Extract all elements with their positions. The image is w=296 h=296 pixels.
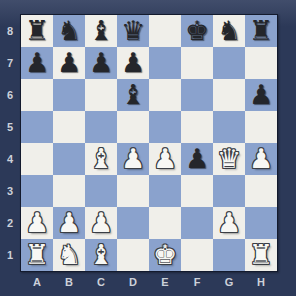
white-queen-g4: ♛	[213, 143, 245, 175]
white-bishop-c1: ♝	[85, 239, 117, 271]
black-knight-b8: ♞	[53, 15, 85, 47]
square-d8[interactable]: ♛	[117, 15, 149, 47]
square-a4[interactable]	[21, 143, 53, 175]
rank-label-8: 8	[0, 15, 20, 47]
black-rook-h8: ♜	[245, 15, 277, 47]
file-label-c: C	[85, 273, 117, 291]
square-c5[interactable]	[85, 111, 117, 143]
file-label-e: E	[149, 273, 181, 291]
file-label-b: B	[53, 273, 85, 291]
square-b6[interactable]	[53, 79, 85, 111]
square-a5[interactable]	[21, 111, 53, 143]
chessboard-diagram: 87654321 ♜♞♝♛♚♞♜♟♟♟♟♝♟♝♟♟♟♛♟♟♟♟♟♜♞♝♚♜ AB…	[0, 0, 296, 296]
square-g2[interactable]: ♟	[213, 207, 245, 239]
square-c4[interactable]: ♝	[85, 143, 117, 175]
square-a1[interactable]: ♜	[21, 239, 53, 271]
square-f7[interactable]	[181, 47, 213, 79]
white-rook-h1: ♜	[245, 239, 277, 271]
square-g5[interactable]	[213, 111, 245, 143]
square-d5[interactable]	[117, 111, 149, 143]
square-c1[interactable]: ♝	[85, 239, 117, 271]
square-b8[interactable]: ♞	[53, 15, 85, 47]
square-f5[interactable]	[181, 111, 213, 143]
rank-label-7: 7	[0, 47, 20, 79]
white-pawn-d4: ♟	[117, 143, 149, 175]
black-pawn-b7: ♟	[53, 47, 85, 79]
square-a3[interactable]	[21, 175, 53, 207]
rank-label-1: 1	[0, 239, 20, 271]
file-label-d: D	[117, 273, 149, 291]
rank-labels: 87654321	[0, 15, 20, 271]
square-b4[interactable]	[53, 143, 85, 175]
white-rook-a1: ♜	[21, 239, 53, 271]
square-c6[interactable]	[85, 79, 117, 111]
square-d1[interactable]	[117, 239, 149, 271]
black-pawn-h6: ♟	[245, 79, 277, 111]
square-e8[interactable]	[149, 15, 181, 47]
square-c7[interactable]: ♟	[85, 47, 117, 79]
square-f4[interactable]: ♟	[181, 143, 213, 175]
black-pawn-f4: ♟	[181, 143, 213, 175]
square-f8[interactable]: ♚	[181, 15, 213, 47]
square-h4[interactable]: ♟	[245, 143, 277, 175]
square-e2[interactable]	[149, 207, 181, 239]
square-c2[interactable]: ♟	[85, 207, 117, 239]
square-e4[interactable]: ♟	[149, 143, 181, 175]
black-rook-a8: ♜	[21, 15, 53, 47]
square-b5[interactable]	[53, 111, 85, 143]
square-e3[interactable]	[149, 175, 181, 207]
square-f2[interactable]	[181, 207, 213, 239]
white-pawn-g2: ♟	[213, 207, 245, 239]
rank-label-4: 4	[0, 143, 20, 175]
square-f3[interactable]	[181, 175, 213, 207]
black-king-f8: ♚	[181, 15, 213, 47]
black-pawn-c7: ♟	[85, 47, 117, 79]
square-b1[interactable]: ♞	[53, 239, 85, 271]
square-d3[interactable]	[117, 175, 149, 207]
square-g4[interactable]: ♛	[213, 143, 245, 175]
white-pawn-a2: ♟	[21, 207, 53, 239]
white-pawn-c2: ♟	[85, 207, 117, 239]
square-a2[interactable]: ♟	[21, 207, 53, 239]
white-knight-b1: ♞	[53, 239, 85, 271]
square-e5[interactable]	[149, 111, 181, 143]
square-h5[interactable]	[245, 111, 277, 143]
square-b2[interactable]: ♟	[53, 207, 85, 239]
black-queen-d8: ♛	[117, 15, 149, 47]
rank-label-3: 3	[0, 175, 20, 207]
white-king-e1: ♚	[149, 239, 181, 271]
square-g7[interactable]	[213, 47, 245, 79]
square-a6[interactable]	[21, 79, 53, 111]
square-d4[interactable]: ♟	[117, 143, 149, 175]
file-label-h: H	[245, 273, 277, 291]
white-pawn-e4: ♟	[149, 143, 181, 175]
square-h3[interactable]	[245, 175, 277, 207]
square-h2[interactable]	[245, 207, 277, 239]
white-pawn-h4: ♟	[245, 143, 277, 175]
square-g1[interactable]	[213, 239, 245, 271]
square-h7[interactable]	[245, 47, 277, 79]
square-f6[interactable]	[181, 79, 213, 111]
square-b3[interactable]	[53, 175, 85, 207]
square-g3[interactable]	[213, 175, 245, 207]
black-pawn-a7: ♟	[21, 47, 53, 79]
rank-label-2: 2	[0, 207, 20, 239]
board: ♜♞♝♛♚♞♜♟♟♟♟♝♟♝♟♟♟♛♟♟♟♟♟♜♞♝♚♜	[20, 14, 278, 272]
black-bishop-c8: ♝	[85, 15, 117, 47]
square-f1[interactable]	[181, 239, 213, 271]
file-label-a: A	[21, 273, 53, 291]
square-e7[interactable]	[149, 47, 181, 79]
square-h6[interactable]: ♟	[245, 79, 277, 111]
rank-label-5: 5	[0, 111, 20, 143]
white-bishop-c4: ♝	[85, 143, 117, 175]
square-a8[interactable]: ♜	[21, 15, 53, 47]
file-label-f: F	[181, 273, 213, 291]
square-a7[interactable]: ♟	[21, 47, 53, 79]
square-e1[interactable]: ♚	[149, 239, 181, 271]
square-d6[interactable]: ♝	[117, 79, 149, 111]
square-d2[interactable]	[117, 207, 149, 239]
square-e6[interactable]	[149, 79, 181, 111]
rank-label-6: 6	[0, 79, 20, 111]
square-c8[interactable]: ♝	[85, 15, 117, 47]
square-g6[interactable]	[213, 79, 245, 111]
black-bishop-d6: ♝	[117, 79, 149, 111]
square-h8[interactable]: ♜	[245, 15, 277, 47]
square-b7[interactable]: ♟	[53, 47, 85, 79]
square-h1[interactable]: ♜	[245, 239, 277, 271]
file-labels: ABCDEFGH	[21, 273, 277, 291]
black-pawn-d7: ♟	[117, 47, 149, 79]
black-knight-g8: ♞	[213, 15, 245, 47]
square-d7[interactable]: ♟	[117, 47, 149, 79]
square-c3[interactable]	[85, 175, 117, 207]
white-pawn-b2: ♟	[53, 207, 85, 239]
square-g8[interactable]: ♞	[213, 15, 245, 47]
file-label-g: G	[213, 273, 245, 291]
